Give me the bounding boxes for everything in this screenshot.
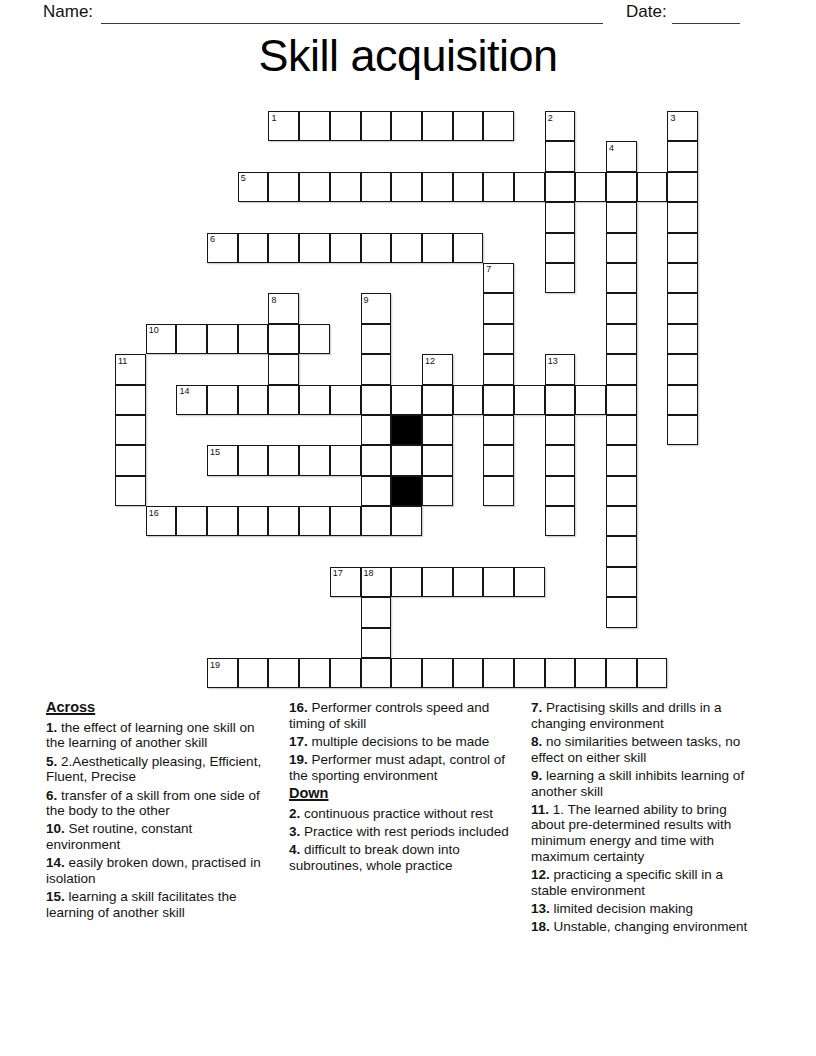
grid-cell[interactable] — [299, 506, 330, 536]
clue-3: 3. Practice with rest periods included — [289, 824, 513, 840]
grid-cell[interactable]: 5 — [238, 172, 269, 202]
grid-cell[interactable] — [667, 263, 698, 293]
clue-number: 5. — [46, 754, 57, 769]
grid-cell[interactable] — [606, 172, 637, 202]
grid-cell[interactable] — [207, 506, 238, 536]
grid-cell[interactable]: 9 — [361, 293, 392, 323]
grid-cell[interactable] — [422, 111, 453, 141]
clue-number: 9. — [531, 768, 542, 783]
clue-number: 14. — [46, 855, 65, 870]
grid-cell[interactable] — [545, 385, 576, 415]
grid-cell[interactable] — [299, 324, 330, 354]
cell-number: 15 — [210, 447, 220, 457]
grid-cell[interactable] — [422, 233, 453, 263]
grid-cell[interactable] — [330, 233, 361, 263]
grid-cell[interactable] — [268, 324, 299, 354]
grid-cell[interactable]: 13 — [545, 354, 576, 384]
grid-cell[interactable] — [453, 111, 484, 141]
worksheet-page: { "game": "crossword", "title": "Skill a… — [0, 0, 816, 1056]
grid-cell[interactable] — [176, 506, 207, 536]
grid-cell[interactable] — [575, 385, 606, 415]
grid-cell[interactable] — [606, 354, 637, 384]
grid-cell[interactable] — [514, 658, 545, 688]
grid-cell[interactable] — [115, 445, 146, 475]
grid-cell[interactable] — [606, 567, 637, 597]
grid-cell[interactable]: 8 — [268, 293, 299, 323]
clue-number: 8. — [531, 734, 542, 749]
grid-cell[interactable] — [391, 658, 422, 688]
cell-number: 1 — [271, 113, 276, 123]
grid-cell[interactable] — [667, 202, 698, 232]
grid-cell[interactable] — [207, 324, 238, 354]
grid-cell[interactable] — [176, 324, 207, 354]
cell-number: 7 — [486, 264, 491, 274]
grid-cell[interactable] — [575, 658, 606, 688]
grid-cell[interactable] — [606, 597, 637, 627]
clue-number: 18. — [531, 919, 550, 934]
black-cell — [391, 415, 422, 445]
grid-cell[interactable] — [483, 172, 514, 202]
clue-11: 11. 1. The learned ability to bring abou… — [531, 802, 755, 865]
grid-cell[interactable] — [361, 597, 392, 627]
date-label: Date: — [626, 2, 667, 22]
cell-number: 17 — [333, 568, 343, 578]
name-label: Name: — [43, 2, 93, 22]
clue-number: 6. — [46, 788, 57, 803]
cell-number: 4 — [609, 143, 614, 153]
grid-cell[interactable] — [483, 476, 514, 506]
clue-column-2: 16. Performer controls speed and timing … — [289, 700, 513, 876]
clue-number: 11. — [531, 802, 549, 817]
name-blank-line — [101, 8, 603, 24]
across-heading: Across — [46, 700, 270, 716]
grid-cell[interactable] — [299, 658, 330, 688]
cell-number: 3 — [670, 113, 675, 123]
grid-cell[interactable] — [361, 476, 392, 506]
clue-number: 3. — [289, 824, 300, 839]
grid-cell[interactable] — [391, 385, 422, 415]
grid-cell[interactable] — [115, 476, 146, 506]
grid-cell[interactable]: 2 — [545, 111, 576, 141]
grid-cell[interactable] — [483, 445, 514, 475]
clue-1: 1. the effect of learning one skill on t… — [46, 720, 270, 751]
grid-cell[interactable] — [422, 476, 453, 506]
grid-cell[interactable] — [606, 385, 637, 415]
grid-cell[interactable] — [361, 445, 392, 475]
grid-cell[interactable] — [606, 506, 637, 536]
grid-cell[interactable] — [238, 385, 269, 415]
grid-cell[interactable]: 6 — [207, 233, 238, 263]
grid-cell[interactable] — [299, 233, 330, 263]
grid-cell[interactable] — [667, 324, 698, 354]
grid-cell[interactable] — [606, 445, 637, 475]
grid-cell[interactable] — [238, 233, 269, 263]
grid-cell[interactable]: 4 — [606, 141, 637, 171]
grid-cell[interactable] — [606, 202, 637, 232]
grid-cell[interactable] — [453, 172, 484, 202]
grid-cell[interactable] — [667, 141, 698, 171]
grid-cell[interactable] — [545, 263, 576, 293]
grid-cell[interactable] — [453, 385, 484, 415]
clue-10: 10. Set routine, constant environment — [46, 821, 270, 852]
grid-cell[interactable] — [545, 506, 576, 536]
grid-cell[interactable] — [483, 293, 514, 323]
grid-cell[interactable] — [238, 324, 269, 354]
grid-cell[interactable]: 7 — [483, 263, 514, 293]
grid-cell[interactable] — [299, 385, 330, 415]
grid-cell[interactable] — [545, 658, 576, 688]
clue-17: 17. multiple decisions to be made — [289, 734, 513, 750]
cell-number: 10 — [149, 325, 159, 335]
grid-cell[interactable] — [330, 111, 361, 141]
grid-cell[interactable] — [545, 172, 576, 202]
grid-cell[interactable] — [361, 233, 392, 263]
grid-cell[interactable] — [422, 385, 453, 415]
grid-cell[interactable] — [606, 415, 637, 445]
grid-cell[interactable] — [391, 506, 422, 536]
clue-8: 8. no similarities between tasks, no eff… — [531, 734, 755, 765]
grid-cell[interactable] — [361, 324, 392, 354]
cell-number: 18 — [364, 568, 374, 578]
grid-cell[interactable] — [268, 354, 299, 384]
grid-cell[interactable] — [391, 111, 422, 141]
grid-cell[interactable] — [606, 658, 637, 688]
clue-number: 16. — [289, 700, 308, 715]
grid-cell[interactable] — [514, 172, 545, 202]
grid-cell[interactable] — [545, 141, 576, 171]
clue-number: 1. — [46, 720, 57, 735]
grid-cell[interactable] — [606, 536, 637, 566]
grid-cell[interactable] — [514, 567, 545, 597]
grid-cell[interactable] — [330, 658, 361, 688]
grid-cell[interactable] — [361, 658, 392, 688]
clue-9: 9. learning a skill inhibits learning of… — [531, 768, 755, 799]
grid-cell[interactable] — [667, 233, 698, 263]
crossword-grid: 12345678910111213141516171819 — [115, 111, 698, 688]
grid-cell[interactable] — [361, 506, 392, 536]
grid-cell[interactable] — [545, 415, 576, 445]
cell-number: 13 — [548, 356, 558, 366]
clue-number: 12. — [531, 867, 550, 882]
grid-cell[interactable] — [361, 628, 392, 658]
grid-cell[interactable] — [483, 324, 514, 354]
grid-cell[interactable] — [207, 385, 238, 415]
black-cell — [391, 476, 422, 506]
grid-cell[interactable] — [545, 202, 576, 232]
clue-16: 16. Performer controls speed and timing … — [289, 700, 513, 731]
grid-cell[interactable]: 10 — [146, 324, 177, 354]
grid-cell[interactable] — [422, 658, 453, 688]
clue-13: 13. limited decision making — [531, 901, 755, 917]
grid-cell[interactable] — [483, 111, 514, 141]
grid-cell[interactable] — [606, 293, 637, 323]
down-heading: Down — [289, 786, 513, 802]
clue-column-1: Across1. the effect of learning one skil… — [46, 700, 270, 923]
grid-cell[interactable] — [238, 445, 269, 475]
clue-number: 4. — [289, 842, 300, 857]
clue-15: 15. learning a skill facilitates the lea… — [46, 889, 270, 920]
grid-cell[interactable] — [422, 172, 453, 202]
grid-cell[interactable] — [391, 567, 422, 597]
grid-cell[interactable] — [330, 172, 361, 202]
clue-6: 6. transfer of a skill from one side of … — [46, 788, 270, 819]
clue-4: 4. difficult to break down into subrouti… — [289, 842, 513, 873]
clue-number: 13. — [531, 901, 550, 916]
grid-cell[interactable] — [299, 111, 330, 141]
grid-cell[interactable]: 19 — [207, 658, 238, 688]
grid-cell[interactable] — [268, 385, 299, 415]
grid-cell[interactable] — [391, 445, 422, 475]
grid-cell[interactable] — [483, 415, 514, 445]
grid-cell[interactable] — [667, 293, 698, 323]
grid-cell[interactable]: 17 — [330, 567, 361, 597]
grid-cell[interactable] — [361, 415, 392, 445]
grid-cell[interactable] — [330, 445, 361, 475]
grid-cell[interactable] — [299, 172, 330, 202]
grid-cell[interactable] — [361, 385, 392, 415]
grid-cell[interactable] — [330, 506, 361, 536]
grid-cell[interactable] — [361, 354, 392, 384]
grid-cell[interactable] — [606, 324, 637, 354]
grid-cell[interactable] — [514, 385, 545, 415]
clue-number: 7. — [531, 700, 542, 715]
grid-cell[interactable] — [268, 172, 299, 202]
grid-cell[interactable] — [483, 658, 514, 688]
grid-cell[interactable] — [483, 567, 514, 597]
grid-cell[interactable] — [667, 385, 698, 415]
grid-cell[interactable] — [238, 658, 269, 688]
clue-2: 2. continuous practice without rest — [289, 806, 513, 822]
grid-cell[interactable] — [667, 172, 698, 202]
cell-number: 14 — [179, 386, 189, 396]
grid-cell[interactable] — [637, 658, 668, 688]
grid-cell[interactable] — [299, 445, 330, 475]
grid-cell[interactable] — [545, 476, 576, 506]
grid-cell[interactable] — [391, 172, 422, 202]
cell-number: 2 — [548, 113, 553, 123]
cell-number: 8 — [271, 295, 276, 305]
grid-cell[interactable] — [545, 445, 576, 475]
grid-cell[interactable] — [391, 233, 422, 263]
grid-cell[interactable] — [606, 476, 637, 506]
cell-number: 5 — [241, 173, 246, 183]
grid-cell[interactable]: 14 — [176, 385, 207, 415]
cell-number: 11 — [118, 356, 127, 366]
clue-7: 7. Practising skills and drills in a cha… — [531, 700, 755, 731]
grid-cell[interactable] — [483, 354, 514, 384]
grid-cell[interactable] — [361, 111, 392, 141]
grid-cell[interactable] — [545, 233, 576, 263]
grid-cell[interactable] — [667, 415, 698, 445]
grid-cell[interactable] — [453, 567, 484, 597]
grid-cell[interactable] — [238, 506, 269, 536]
grid-cell[interactable]: 15 — [207, 445, 238, 475]
grid-cell[interactable] — [422, 415, 453, 445]
cell-number: 9 — [364, 295, 369, 305]
grid-cell[interactable]: 1 — [268, 111, 299, 141]
grid-cell[interactable]: 11 — [115, 354, 146, 384]
grid-cell[interactable]: 18 — [361, 567, 392, 597]
clue-12: 12. practicing a specific skill in a sta… — [531, 867, 755, 898]
cell-number: 6 — [210, 234, 215, 244]
cell-number: 19 — [210, 660, 220, 670]
grid-cell[interactable] — [606, 263, 637, 293]
grid-cell[interactable] — [667, 354, 698, 384]
page-title: Skill acquisition — [0, 30, 816, 82]
grid-cell[interactable] — [575, 172, 606, 202]
grid-cell[interactable]: 12 — [422, 354, 453, 384]
grid-cell[interactable] — [483, 385, 514, 415]
grid-cell[interactable] — [330, 385, 361, 415]
grid-cell[interactable] — [637, 172, 668, 202]
clue-19: 19. Performer must adapt, control of the… — [289, 752, 513, 783]
grid-cell[interactable] — [422, 567, 453, 597]
cell-number: 12 — [425, 356, 435, 366]
date-blank-line — [672, 8, 740, 24]
clue-column-3: 7. Practising skills and drills in a cha… — [531, 700, 755, 937]
clue-number: 10. — [46, 821, 65, 836]
clue-14: 14. easily broken down, practised in iso… — [46, 855, 270, 886]
grid-cell[interactable] — [606, 233, 637, 263]
grid-cell[interactable] — [268, 506, 299, 536]
grid-cell[interactable] — [422, 445, 453, 475]
grid-cell[interactable] — [453, 658, 484, 688]
grid-cell[interactable]: 3 — [667, 111, 698, 141]
clue-18: 18. Unstable, changing environment — [531, 919, 755, 935]
grid-cell[interactable] — [115, 415, 146, 445]
clue-number: 15. — [46, 889, 65, 904]
clue-number: 19. — [289, 752, 308, 767]
clue-5: 5. 2.Aesthetically pleasing, Efficient, … — [46, 754, 270, 785]
grid-cell[interactable] — [361, 172, 392, 202]
cell-number: 16 — [149, 508, 159, 518]
grid-cell[interactable] — [268, 445, 299, 475]
grid-cell[interactable] — [115, 385, 146, 415]
grid-cell[interactable] — [453, 233, 484, 263]
grid-cell[interactable] — [268, 658, 299, 688]
clue-number: 17. — [289, 734, 308, 749]
clue-number: 2. — [289, 806, 300, 821]
grid-cell[interactable]: 16 — [146, 506, 177, 536]
grid-cell[interactable] — [268, 233, 299, 263]
